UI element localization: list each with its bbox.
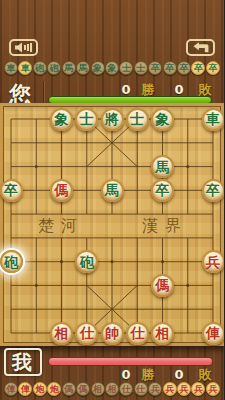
board-piece-red-相[interactable]: 相 xyxy=(50,322,73,345)
board-piece-red-傌[interactable]: 傌 xyxy=(151,274,174,297)
tray-piece-兵: 兵 xyxy=(148,382,162,396)
red-piece-tray: 俥俥炮炮傌傌相相仕仕兵兵兵兵兵 xyxy=(4,382,220,396)
tray-piece-車-captured: 車 xyxy=(18,61,32,75)
opponent-name: 您 xyxy=(9,83,31,105)
board-piece-black-象[interactable]: 象 xyxy=(50,108,73,131)
board-piece-red-俥[interactable]: 俥 xyxy=(202,322,225,345)
sound-button[interactable] xyxy=(9,39,38,56)
river-label-left: 楚河 xyxy=(38,218,84,234)
back-button[interactable] xyxy=(186,39,215,56)
tray-piece-兵-captured: 兵 xyxy=(206,382,220,396)
tray-piece-兵-captured: 兵 xyxy=(177,382,191,396)
tray-piece-馬: 馬 xyxy=(62,61,76,75)
board-piece-red-相[interactable]: 相 xyxy=(151,322,174,345)
my-name: 我 xyxy=(12,352,32,372)
tray-piece-俥: 俥 xyxy=(4,382,18,396)
tray-piece-炮-captured: 炮 xyxy=(33,382,47,396)
tray-piece-仕: 仕 xyxy=(134,382,148,396)
board-piece-black-馬[interactable]: 馬 xyxy=(101,179,124,202)
xiangqi-board[interactable]: 楚河 漢界 象士將士象車馬卒傌馬卒卒砲砲兵傌相仕帥仕相俥 xyxy=(0,103,224,346)
board-piece-red-仕[interactable]: 仕 xyxy=(126,322,149,345)
divider xyxy=(43,81,44,105)
black-piece-tray: 車車砲砲馬馬象象士士卒卒卒卒卒 xyxy=(4,61,220,75)
tray-piece-士: 士 xyxy=(134,61,148,75)
board-piece-black-車[interactable]: 車 xyxy=(202,108,225,131)
tray-piece-相: 相 xyxy=(105,382,119,396)
tray-piece-卒: 卒 xyxy=(148,61,162,75)
speaker-icon xyxy=(14,42,33,53)
tray-piece-傌: 傌 xyxy=(76,382,90,396)
opponent-win-label: 勝 xyxy=(133,83,163,96)
board-piece-red-仕[interactable]: 仕 xyxy=(75,322,98,345)
tray-piece-俥-captured: 俥 xyxy=(18,382,32,396)
tray-piece-卒: 卒 xyxy=(177,61,191,75)
board-piece-black-卒[interactable]: 卒 xyxy=(202,179,225,202)
tray-piece-象: 象 xyxy=(105,61,119,75)
board-piece-black-馬[interactable]: 馬 xyxy=(151,155,174,178)
tray-piece-馬: 馬 xyxy=(76,61,90,75)
board-piece-black-象[interactable]: 象 xyxy=(151,108,174,131)
tray-piece-卒-captured: 卒 xyxy=(191,61,205,75)
tray-piece-卒-captured: 卒 xyxy=(206,61,220,75)
tray-piece-車: 車 xyxy=(4,61,18,75)
board-piece-black-將[interactable]: 將 xyxy=(101,108,124,131)
my-win-label: 勝 xyxy=(133,368,163,381)
tray-piece-炮-captured: 炮 xyxy=(47,382,61,396)
tray-piece-卒: 卒 xyxy=(163,61,177,75)
board-piece-red-兵[interactable]: 兵 xyxy=(202,250,225,273)
my-score-bar xyxy=(48,357,213,366)
tray-piece-象: 象 xyxy=(91,61,105,75)
board-grid xyxy=(0,103,224,346)
my-loss-label: 敗 xyxy=(190,368,220,381)
tray-piece-傌: 傌 xyxy=(62,382,76,396)
board-piece-black-士[interactable]: 士 xyxy=(126,108,149,131)
river-label-right: 漢界 xyxy=(142,218,188,234)
xiangqi-app-screen: 車車砲砲馬馬象象士士卒卒卒卒卒 您 0 勝 0 敗 楚河 漢界 象士將士象車馬卒… xyxy=(0,0,224,400)
tray-piece-仕: 仕 xyxy=(119,382,133,396)
tray-piece-相: 相 xyxy=(91,382,105,396)
undo-return-icon xyxy=(191,42,211,54)
tray-piece-兵-captured: 兵 xyxy=(191,382,205,396)
board-piece-red-帥[interactable]: 帥 xyxy=(101,322,124,345)
tray-piece-兵-captured: 兵 xyxy=(163,382,177,396)
tray-piece-砲: 砲 xyxy=(33,61,47,75)
board-piece-black-卒[interactable]: 卒 xyxy=(151,179,174,202)
opponent-loss-label: 敗 xyxy=(190,83,220,96)
tray-piece-士: 士 xyxy=(119,61,133,75)
board-piece-black-士[interactable]: 士 xyxy=(75,108,98,131)
board-piece-red-傌[interactable]: 傌 xyxy=(50,179,73,202)
board-piece-black-卒[interactable]: 卒 xyxy=(0,179,23,202)
tray-piece-砲: 砲 xyxy=(47,61,61,75)
board-piece-black-砲[interactable]: 砲 xyxy=(0,250,23,273)
